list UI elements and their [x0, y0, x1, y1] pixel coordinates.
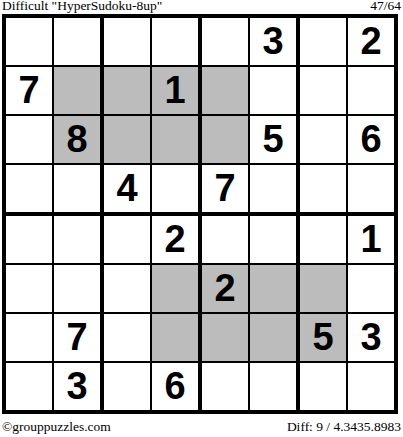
cell-r1c3[interactable] — [104, 18, 152, 67]
cell-r7c2: 7 — [54, 314, 104, 363]
cell-r1c5[interactable] — [202, 18, 250, 67]
cell-r7c4[interactable] — [152, 314, 202, 363]
cell-r6c4[interactable] — [152, 265, 202, 314]
cell-r3c8: 6 — [348, 116, 394, 165]
cell-r8c3[interactable] — [104, 363, 152, 410]
cell-r7c3[interactable] — [104, 314, 152, 363]
cell-r4c8[interactable] — [348, 165, 394, 216]
cell-r4c3: 4 — [104, 165, 152, 216]
cell-r3c7[interactable] — [300, 116, 348, 165]
cell-r6c7[interactable] — [300, 265, 348, 314]
cell-r5c2[interactable] — [54, 216, 104, 265]
cell-r5c5[interactable] — [202, 216, 250, 265]
cell-r1c8: 2 — [348, 18, 394, 67]
cell-r5c8: 1 — [348, 216, 394, 265]
puzzle-counter: 47/64 — [370, 0, 401, 13]
cell-r1c1[interactable] — [6, 18, 54, 67]
cell-r6c1[interactable] — [6, 265, 54, 314]
cell-r6c8[interactable] — [348, 265, 394, 314]
cell-r2c4: 1 — [152, 67, 202, 116]
cell-r2c3[interactable] — [104, 67, 152, 116]
cell-r2c8[interactable] — [348, 67, 394, 116]
puzzle-page: Difficult "HyperSudoku-8up" 47/64 327185… — [0, 0, 403, 437]
cell-r7c5[interactable] — [202, 314, 250, 363]
cell-r3c3[interactable] — [104, 116, 152, 165]
cell-r8c7[interactable] — [300, 363, 348, 410]
sudoku-board: 32718564721275336 — [2, 14, 398, 414]
copyright-text: ©grouppuzzles.com — [2, 419, 111, 434]
cell-r4c2[interactable] — [54, 165, 104, 216]
cell-r4c5: 7 — [202, 165, 250, 216]
cell-r6c5: 2 — [202, 265, 250, 314]
header: Difficult "HyperSudoku-8up" 47/64 — [2, 0, 401, 13]
cell-r2c2[interactable] — [54, 67, 104, 116]
cell-r3c2: 8 — [54, 116, 104, 165]
cell-r4c1[interactable] — [6, 165, 54, 216]
cell-r3c4[interactable] — [152, 116, 202, 165]
cell-r2c1: 7 — [6, 67, 54, 116]
cell-r3c6: 5 — [250, 116, 300, 165]
cell-r8c5[interactable] — [202, 363, 250, 410]
cell-r7c7: 5 — [300, 314, 348, 363]
cell-r6c3[interactable] — [104, 265, 152, 314]
cell-r5c7[interactable] — [300, 216, 348, 265]
cell-r4c7[interactable] — [300, 165, 348, 216]
cell-r8c6[interactable] — [250, 363, 300, 410]
cell-r5c4: 2 — [152, 216, 202, 265]
cell-r6c2[interactable] — [54, 265, 104, 314]
cell-r3c5[interactable] — [202, 116, 250, 165]
footer: ©grouppuzzles.com Diff: 9 / 4.3435.8983 — [2, 419, 401, 434]
cell-r4c4[interactable] — [152, 165, 202, 216]
cell-r2c7[interactable] — [300, 67, 348, 116]
cell-r1c7[interactable] — [300, 18, 348, 67]
cell-r8c2: 3 — [54, 363, 104, 410]
cell-r7c6[interactable] — [250, 314, 300, 363]
cell-r8c8[interactable] — [348, 363, 394, 410]
cell-r4c6[interactable] — [250, 165, 300, 216]
cell-r5c3[interactable] — [104, 216, 152, 265]
cell-r2c6[interactable] — [250, 67, 300, 116]
cell-r3c1[interactable] — [6, 116, 54, 165]
cell-r2c5[interactable] — [202, 67, 250, 116]
cell-r1c2[interactable] — [54, 18, 104, 67]
cell-r7c8: 3 — [348, 314, 394, 363]
difficulty-text: Diff: 9 / 4.3435.8983 — [287, 419, 401, 434]
cell-r8c1[interactable] — [6, 363, 54, 410]
cell-r5c1[interactable] — [6, 216, 54, 265]
cell-r6c6[interactable] — [250, 265, 300, 314]
puzzle-title: Difficult "HyperSudoku-8up" — [2, 0, 162, 13]
cell-r5c6[interactable] — [250, 216, 300, 265]
cell-r1c6: 3 — [250, 18, 300, 67]
cell-r1c4[interactable] — [152, 18, 202, 67]
cell-r7c1[interactable] — [6, 314, 54, 363]
cell-r8c4: 6 — [152, 363, 202, 410]
